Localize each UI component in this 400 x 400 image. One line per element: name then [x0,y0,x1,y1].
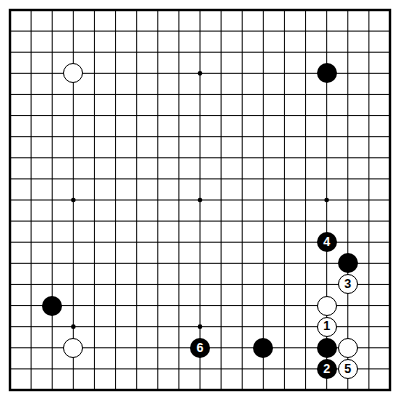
black-stone-move-4: 4 [317,232,337,252]
black-stone [42,296,62,316]
white-stone [338,338,358,358]
black-stone [317,63,337,83]
white-stone [317,296,337,316]
white-stone [63,338,83,358]
go-board-diagram: 123456 [0,0,400,400]
black-stone-move-2: 2 [317,359,337,379]
white-stone-move-5: 5 [338,359,358,379]
stone-layer: 123456 [0,0,400,400]
black-stone [317,338,337,358]
black-stone-move-6: 6 [190,338,210,358]
black-stone [338,253,358,273]
white-stone [63,63,83,83]
white-stone-move-1: 1 [317,317,337,337]
black-stone [253,338,273,358]
white-stone-move-3: 3 [338,274,358,294]
